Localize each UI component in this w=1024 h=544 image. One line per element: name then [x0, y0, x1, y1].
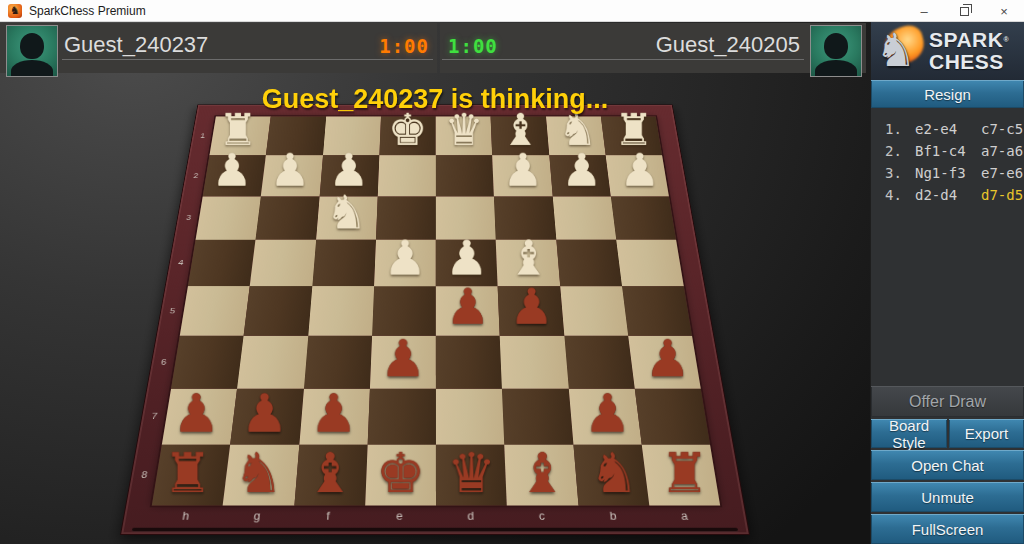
- square-e2[interactable]: [378, 155, 436, 196]
- sidebar-spacer: [871, 206, 1024, 386]
- logo-text: SPARK® CHESS: [929, 29, 1009, 73]
- square-h2[interactable]: ♟: [203, 155, 266, 196]
- move-black: d7-d5: [981, 184, 1024, 206]
- move-number: 3.: [885, 162, 915, 184]
- sparkchess-app-icon: ♞: [8, 4, 22, 18]
- piece-black-king[interactable]: ♚: [365, 443, 436, 504]
- restore-icon: [960, 7, 969, 16]
- knight-icon: ♞: [875, 24, 916, 76]
- square-e4[interactable]: ♟: [374, 240, 436, 286]
- square-f8[interactable]: ♝: [294, 445, 368, 506]
- move-number: 2.: [885, 140, 915, 162]
- square-d1[interactable]: ♛: [436, 116, 493, 155]
- square-a4[interactable]: [616, 240, 684, 286]
- square-c7[interactable]: [502, 388, 573, 445]
- window-title: SparkChess Premium: [29, 4, 146, 18]
- square-f7[interactable]: ♟: [299, 388, 370, 445]
- piece-white-pawn[interactable]: ♟: [261, 145, 319, 195]
- board-style-button[interactable]: Board Style: [871, 419, 947, 448]
- square-g7[interactable]: ♟: [230, 388, 303, 445]
- square-a8[interactable]: ♜: [642, 445, 721, 506]
- square-b7[interactable]: ♟: [568, 388, 641, 445]
- square-b4[interactable]: [556, 240, 622, 286]
- avatar-silhouette: [11, 60, 53, 77]
- square-d6[interactable]: [436, 336, 502, 389]
- square-h4[interactable]: [188, 240, 256, 286]
- piece-white-pawn[interactable]: ♟: [610, 145, 668, 195]
- export-button[interactable]: Export: [949, 419, 1024, 448]
- piece-black-pawn[interactable]: ♟: [231, 385, 299, 444]
- square-a2[interactable]: ♟: [605, 155, 668, 196]
- piece-black-pawn[interactable]: ♟: [299, 385, 367, 444]
- app-window: ♞ SparkChess Premium – × Guest_240237 1:…: [0, 0, 1024, 544]
- square-c8[interactable]: ♝: [504, 445, 578, 506]
- chess-board: ♜♚♛♝♞♜♟♟♟♟♟♟♞♟♟♝♟♟♟♟♟♟♟♟♜♞♝♚♛♝♞♜: [152, 116, 720, 505]
- square-b8[interactable]: ♞: [573, 445, 649, 506]
- sidebar: ♞ SPARK® CHESS Resign 1.e2-e4c7-c52.Bf1-…: [870, 22, 1024, 544]
- move-black: c7-c5: [981, 118, 1024, 140]
- piece-black-pawn[interactable]: ♟: [436, 279, 500, 334]
- square-d2[interactable]: [436, 155, 494, 196]
- square-c2[interactable]: ♟: [492, 155, 552, 196]
- piece-white-queen[interactable]: ♛: [436, 106, 493, 155]
- unmute-button[interactable]: Unmute: [871, 482, 1024, 512]
- move-row: 3.Ng1-f3e7-e6: [885, 162, 1024, 184]
- square-h3[interactable]: [196, 196, 261, 240]
- piece-black-pawn[interactable]: ♟: [370, 330, 436, 387]
- title-bar: ♞ SparkChess Premium – ×: [0, 0, 1024, 22]
- move-row: 2.Bf1-c4a7-a6: [885, 140, 1024, 162]
- piece-black-bishop[interactable]: ♝: [294, 443, 365, 504]
- game-area: Guest_240237 1:00 1:00 Guest_240205 ♜♚♛♝…: [0, 22, 870, 544]
- piece-black-pawn[interactable]: ♟: [573, 385, 641, 444]
- square-h6[interactable]: [171, 336, 244, 389]
- move-white: Bf1-c4: [915, 140, 981, 162]
- piece-black-bishop[interactable]: ♝: [507, 443, 578, 504]
- move-number: 1.: [885, 118, 915, 140]
- square-f3[interactable]: ♞: [316, 196, 378, 240]
- square-e8[interactable]: ♚: [365, 445, 436, 506]
- avatar-silhouette: [20, 33, 44, 59]
- piece-black-pawn[interactable]: ♟: [634, 330, 700, 387]
- square-h8[interactable]: ♜: [152, 445, 231, 506]
- square-d5[interactable]: ♟: [436, 286, 500, 335]
- avatar-silhouette: [815, 60, 857, 77]
- square-e7[interactable]: [367, 388, 436, 445]
- square-g3[interactable]: [256, 196, 320, 240]
- piece-black-knight[interactable]: ♞: [578, 443, 649, 504]
- move-white: d2-d4: [915, 184, 981, 206]
- resign-button[interactable]: Resign: [871, 80, 1024, 108]
- move-white: e2-e4: [915, 118, 981, 140]
- avatar-silhouette: [824, 33, 848, 59]
- square-a7[interactable]: [635, 388, 711, 445]
- square-d8[interactable]: ♛: [436, 445, 507, 506]
- chess-board-frame: ♜♚♛♝♞♜♟♟♟♟♟♟♞♟♟♝♟♟♟♟♟♟♟♟♜♞♝♚♛♝♞♜ 1234567…: [120, 104, 750, 535]
- square-b5[interactable]: [560, 286, 628, 335]
- square-b3[interactable]: [552, 196, 616, 240]
- move-row: 1.e2-e4c7-c5: [885, 118, 1024, 140]
- square-f5[interactable]: [308, 286, 374, 335]
- piece-white-king[interactable]: ♚: [379, 106, 436, 155]
- chess-board-scene: ♜♚♛♝♞♜♟♟♟♟♟♟♞♟♟♝♟♟♟♟♟♟♟♟♜♞♝♚♛♝♞♜ 1234567…: [120, 22, 750, 535]
- offer-draw-button[interactable]: Offer Draw: [871, 386, 1024, 417]
- piece-black-queen[interactable]: ♛: [436, 443, 507, 504]
- square-e1[interactable]: ♚: [379, 116, 436, 155]
- square-h5[interactable]: [180, 286, 250, 335]
- square-a3[interactable]: [611, 196, 676, 240]
- square-g5[interactable]: [244, 286, 312, 335]
- square-h7[interactable]: ♟: [162, 388, 237, 445]
- fullscreen-button[interactable]: FullScreen: [871, 514, 1024, 544]
- square-a6[interactable]: ♟: [628, 336, 701, 389]
- square-f4[interactable]: [312, 240, 376, 286]
- piece-white-pawn[interactable]: ♟: [203, 145, 261, 195]
- piece-white-pawn[interactable]: ♟: [494, 145, 552, 195]
- square-d7[interactable]: [436, 388, 505, 445]
- piece-black-rook[interactable]: ♜: [152, 443, 223, 504]
- square-g4[interactable]: [250, 240, 316, 286]
- sparkchess-logo: ♞ SPARK® CHESS: [871, 22, 1024, 80]
- square-g8[interactable]: ♞: [223, 445, 299, 506]
- move-number: 4.: [885, 184, 915, 206]
- avatar-left[interactable]: [6, 25, 58, 77]
- piece-white-pawn[interactable]: ♟: [374, 232, 436, 285]
- minimize-button[interactable]: –: [904, 0, 944, 22]
- move-black: a7-a6: [981, 140, 1024, 162]
- piece-black-pawn[interactable]: ♟: [500, 279, 564, 334]
- piece-white-pawn[interactable]: ♟: [552, 145, 610, 195]
- square-b2[interactable]: ♟: [549, 155, 611, 196]
- square-b6[interactable]: [564, 336, 635, 389]
- square-e6[interactable]: ♟: [370, 336, 436, 389]
- square-c5[interactable]: ♟: [498, 286, 564, 335]
- piece-black-pawn[interactable]: ♟: [162, 385, 230, 444]
- piece-white-knight[interactable]: ♞: [316, 187, 376, 238]
- open-chat-button[interactable]: Open Chat: [871, 450, 1024, 480]
- close-button[interactable]: ×: [984, 0, 1024, 22]
- move-row: 4.d2-d4d7-d5: [885, 184, 1024, 206]
- piece-black-rook[interactable]: ♜: [649, 443, 720, 504]
- square-c6[interactable]: [500, 336, 568, 389]
- move-white: Ng1-f3: [915, 162, 981, 184]
- square-f6[interactable]: [304, 336, 372, 389]
- piece-black-knight[interactable]: ♞: [223, 443, 294, 504]
- restore-button[interactable]: [944, 0, 984, 22]
- square-g2[interactable]: ♟: [261, 155, 323, 196]
- move-list: 1.e2-e4c7-c52.Bf1-c4a7-a63.Ng1-f3e7-e64.…: [871, 112, 1024, 206]
- square-g6[interactable]: [237, 336, 308, 389]
- move-black: e7-e6: [981, 162, 1024, 184]
- avatar-right[interactable]: [810, 25, 862, 77]
- board-groove: [132, 528, 739, 532]
